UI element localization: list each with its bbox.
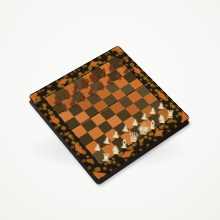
piece-black-pawn: ♟ bbox=[78, 92, 87, 102]
piece-white-rook: ♜ bbox=[100, 151, 111, 163]
frame-accent-corner bbox=[29, 92, 43, 103]
piece-black-pawn: ♟ bbox=[123, 66, 132, 75]
piece-black-pawn: ♟ bbox=[114, 71, 123, 80]
piece-black-pawn: ♟ bbox=[87, 87, 96, 97]
frame-accent-corner bbox=[111, 46, 124, 56]
piece-white-pawn: ♟ bbox=[157, 101, 166, 111]
piece-black-pawn: ♟ bbox=[105, 76, 114, 86]
piece-black-pawn: ♟ bbox=[68, 98, 77, 108]
product-photo: ♜♞♝♛♚♝♞♜♟♟♟♟♟♟♟♟♟♟♟♟♟♟♟♟♜♞♝♛♚♝♞♜ bbox=[0, 0, 220, 220]
board-square bbox=[125, 103, 141, 116]
piece-black-pawn: ♟ bbox=[96, 81, 105, 91]
